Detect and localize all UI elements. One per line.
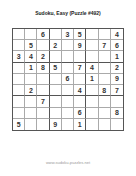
cell-r2c6: 9 (74, 40, 86, 51)
cell-r6c9: 7 (111, 85, 123, 96)
cell-r2c8: 7 (99, 40, 111, 51)
cell-r4c6: 7 (74, 63, 86, 74)
cell-r3c2: 4 (25, 51, 37, 62)
cell-r5c5: 6 (62, 74, 74, 85)
cell-r4c1[interactable] (13, 63, 25, 74)
cell-r7c3: 7 (37, 96, 49, 107)
cell-r3c7[interactable] (86, 51, 98, 62)
cell-r1c5: 3 (62, 29, 74, 40)
cell-r6c1[interactable] (13, 85, 25, 96)
cell-r4c5[interactable] (62, 63, 74, 74)
cell-r8c7[interactable] (86, 108, 98, 119)
cell-r5c2[interactable] (25, 74, 37, 85)
sudoku-grid: 63545297634211857426192487768591 (12, 28, 124, 131)
cell-r6c2: 2 (25, 85, 37, 96)
cell-r6c6: 4 (74, 85, 86, 96)
cell-r6c3[interactable] (37, 85, 49, 96)
cell-r8c6: 6 (74, 108, 86, 119)
cell-r2c1[interactable] (13, 40, 25, 51)
cell-r4c4: 5 (50, 63, 62, 74)
cell-r9c1: 5 (13, 119, 25, 130)
cell-r4c7: 4 (86, 63, 98, 74)
cell-r6c4[interactable] (50, 85, 62, 96)
footer-url: www.sudoku-puzzles.net (0, 160, 136, 165)
cell-r2c2: 5 (25, 40, 37, 51)
cell-r1c3: 6 (37, 29, 49, 40)
cell-r7c6[interactable] (74, 96, 86, 107)
cell-r3c3: 2 (37, 51, 49, 62)
cell-r7c7[interactable] (86, 96, 98, 107)
sudoku-sheet: Sudoku, Easy (Puzzle #492) 6354529763421… (0, 0, 136, 176)
cell-r4c9: 2 (111, 63, 123, 74)
cell-r7c4[interactable] (50, 96, 62, 107)
page-title: Sudoku, Easy (Puzzle #492) (0, 10, 136, 16)
cell-r3c4[interactable] (50, 51, 62, 62)
cell-r2c4: 2 (50, 40, 62, 51)
cell-r2c7[interactable] (86, 40, 98, 51)
cell-r5c7: 1 (86, 74, 98, 85)
cell-r7c1[interactable] (13, 96, 25, 107)
cell-r4c3: 8 (37, 63, 49, 74)
cell-r8c8[interactable] (99, 108, 111, 119)
cell-r8c1[interactable] (13, 108, 25, 119)
cell-r1c1[interactable] (13, 29, 25, 40)
cell-r1c4[interactable] (50, 29, 62, 40)
cell-r5c3[interactable] (37, 74, 49, 85)
cell-r6c7[interactable] (86, 85, 98, 96)
cell-r8c5[interactable] (62, 108, 74, 119)
cell-r7c5[interactable] (62, 96, 74, 107)
cell-r5c1[interactable] (13, 74, 25, 85)
cell-r4c8[interactable] (99, 63, 111, 74)
cell-r9c6: 1 (74, 119, 86, 130)
cell-r5c6[interactable] (74, 74, 86, 85)
cell-r9c8[interactable] (99, 119, 111, 130)
cell-r2c9: 6 (111, 40, 123, 51)
cell-r3c9: 1 (111, 51, 123, 62)
cell-r3c6[interactable] (74, 51, 86, 62)
cell-r6c8: 8 (99, 85, 111, 96)
cell-r9c5[interactable] (62, 119, 74, 130)
cell-r3c8[interactable] (99, 51, 111, 62)
cell-r1c2[interactable] (25, 29, 37, 40)
cell-r9c3[interactable] (37, 119, 49, 130)
cell-r9c4: 9 (50, 119, 62, 130)
cell-r4c2: 1 (25, 63, 37, 74)
cell-r2c3[interactable] (37, 40, 49, 51)
cell-r1c6: 5 (74, 29, 86, 40)
cell-r5c9: 9 (111, 74, 123, 85)
cell-r2c5[interactable] (62, 40, 74, 51)
cell-r9c9[interactable] (111, 119, 123, 130)
cell-r9c7[interactable] (86, 119, 98, 130)
cell-r7c9[interactable] (111, 96, 123, 107)
cell-r8c4[interactable] (50, 108, 62, 119)
cell-r3c1: 3 (13, 51, 25, 62)
cell-r1c7[interactable] (86, 29, 98, 40)
cell-r8c2[interactable] (25, 108, 37, 119)
cell-r8c9: 8 (111, 108, 123, 119)
cell-r7c8[interactable] (99, 96, 111, 107)
cell-r8c3[interactable] (37, 108, 49, 119)
cell-r1c9: 4 (111, 29, 123, 40)
cell-r7c2[interactable] (25, 96, 37, 107)
cell-r9c2[interactable] (25, 119, 37, 130)
cell-r5c4[interactable] (50, 74, 62, 85)
cell-r1c8[interactable] (99, 29, 111, 40)
cell-r3c5[interactable] (62, 51, 74, 62)
cell-r6c5[interactable] (62, 85, 74, 96)
cell-r5c8[interactable] (99, 74, 111, 85)
